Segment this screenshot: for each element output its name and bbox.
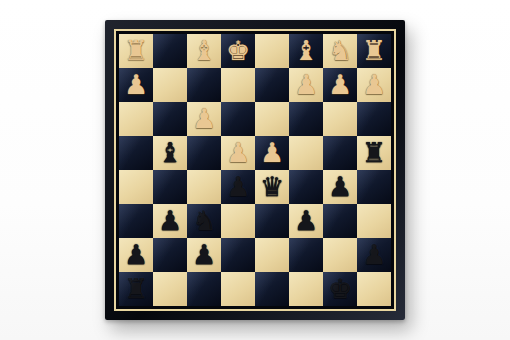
square-e6 (221, 204, 255, 238)
square-c1: ♝ (289, 34, 323, 68)
square-e4: ♟ (221, 136, 255, 170)
square-b7 (323, 238, 357, 272)
square-f8 (187, 272, 221, 306)
square-a5 (357, 170, 391, 204)
piece-black-bishop: ♝ (158, 139, 182, 166)
square-f4 (187, 136, 221, 170)
square-g1 (153, 34, 187, 68)
piece-white-bishop: ♝ (192, 37, 216, 64)
square-d1 (255, 34, 289, 68)
square-c4 (289, 136, 323, 170)
photo-stage: ♜♝♚♝♞♜♟♟♟♟♟♝♟♟♜♟♛♟♟♞♟♟♟♟♜♚ (0, 0, 510, 340)
square-e1: ♚ (221, 34, 255, 68)
square-h1: ♜ (119, 34, 153, 68)
piece-white-rook: ♜ (362, 37, 386, 64)
square-c7 (289, 238, 323, 272)
square-g8 (153, 272, 187, 306)
square-a4: ♜ (357, 136, 391, 170)
piece-black-king: ♚ (328, 275, 352, 302)
square-e7 (221, 238, 255, 272)
square-h4 (119, 136, 153, 170)
chess-board: ♜♝♚♝♞♜♟♟♟♟♟♝♟♟♜♟♛♟♟♞♟♟♟♟♜♚ (119, 34, 391, 306)
square-d8 (255, 272, 289, 306)
piece-black-pawn: ♟ (158, 207, 182, 234)
square-f7: ♟ (187, 238, 221, 272)
square-e2 (221, 68, 255, 102)
square-g4: ♝ (153, 136, 187, 170)
piece-white-pawn: ♟ (294, 71, 318, 98)
square-a3 (357, 102, 391, 136)
square-c8 (289, 272, 323, 306)
square-f5 (187, 170, 221, 204)
square-d6 (255, 204, 289, 238)
square-e5: ♟ (221, 170, 255, 204)
piece-white-bishop: ♝ (294, 37, 318, 64)
piece-black-queen: ♛ (260, 173, 284, 200)
square-b5: ♟ (323, 170, 357, 204)
square-h5 (119, 170, 153, 204)
piece-black-rook: ♜ (362, 139, 386, 166)
piece-black-pawn: ♟ (226, 173, 250, 200)
square-g2 (153, 68, 187, 102)
piece-white-rook: ♜ (124, 37, 148, 64)
piece-white-pawn: ♟ (124, 71, 148, 98)
square-a7: ♟ (357, 238, 391, 272)
square-c2: ♟ (289, 68, 323, 102)
square-c5 (289, 170, 323, 204)
square-a1: ♜ (357, 34, 391, 68)
piece-black-pawn: ♟ (192, 241, 216, 268)
square-f6: ♞ (187, 204, 221, 238)
piece-black-pawn: ♟ (362, 241, 386, 268)
square-d4: ♟ (255, 136, 289, 170)
square-h2: ♟ (119, 68, 153, 102)
square-g7 (153, 238, 187, 272)
square-a6 (357, 204, 391, 238)
piece-white-pawn: ♟ (192, 105, 216, 132)
piece-white-knight: ♞ (328, 37, 352, 64)
square-h8: ♜ (119, 272, 153, 306)
piece-white-pawn: ♟ (226, 139, 250, 166)
square-c3 (289, 102, 323, 136)
square-c6: ♟ (289, 204, 323, 238)
square-f2 (187, 68, 221, 102)
square-d7 (255, 238, 289, 272)
board-inlay-line: ♜♝♚♝♞♜♟♟♟♟♟♝♟♟♜♟♛♟♟♞♟♟♟♟♜♚ (114, 29, 396, 311)
square-a8 (357, 272, 391, 306)
square-b1: ♞ (323, 34, 357, 68)
piece-black-pawn: ♟ (124, 241, 148, 268)
square-e3 (221, 102, 255, 136)
square-d3 (255, 102, 289, 136)
piece-white-king: ♚ (226, 37, 250, 64)
piece-black-rook: ♜ (124, 275, 148, 302)
piece-black-pawn: ♟ (328, 173, 352, 200)
board-frame: ♜♝♚♝♞♜♟♟♟♟♟♝♟♟♜♟♛♟♟♞♟♟♟♟♜♚ (105, 20, 405, 320)
square-h7: ♟ (119, 238, 153, 272)
piece-black-knight: ♞ (192, 207, 216, 234)
square-b2: ♟ (323, 68, 357, 102)
piece-white-pawn: ♟ (260, 139, 284, 166)
piece-black-pawn: ♟ (294, 207, 318, 234)
square-b8: ♚ (323, 272, 357, 306)
square-b3 (323, 102, 357, 136)
piece-white-pawn: ♟ (328, 71, 352, 98)
square-b4 (323, 136, 357, 170)
square-f3: ♟ (187, 102, 221, 136)
square-f1: ♝ (187, 34, 221, 68)
square-g6: ♟ (153, 204, 187, 238)
square-a2: ♟ (357, 68, 391, 102)
square-g5 (153, 170, 187, 204)
piece-white-pawn: ♟ (362, 71, 386, 98)
square-h6 (119, 204, 153, 238)
square-d5: ♛ (255, 170, 289, 204)
square-e8 (221, 272, 255, 306)
square-h3 (119, 102, 153, 136)
square-b6 (323, 204, 357, 238)
square-g3 (153, 102, 187, 136)
square-d2 (255, 68, 289, 102)
